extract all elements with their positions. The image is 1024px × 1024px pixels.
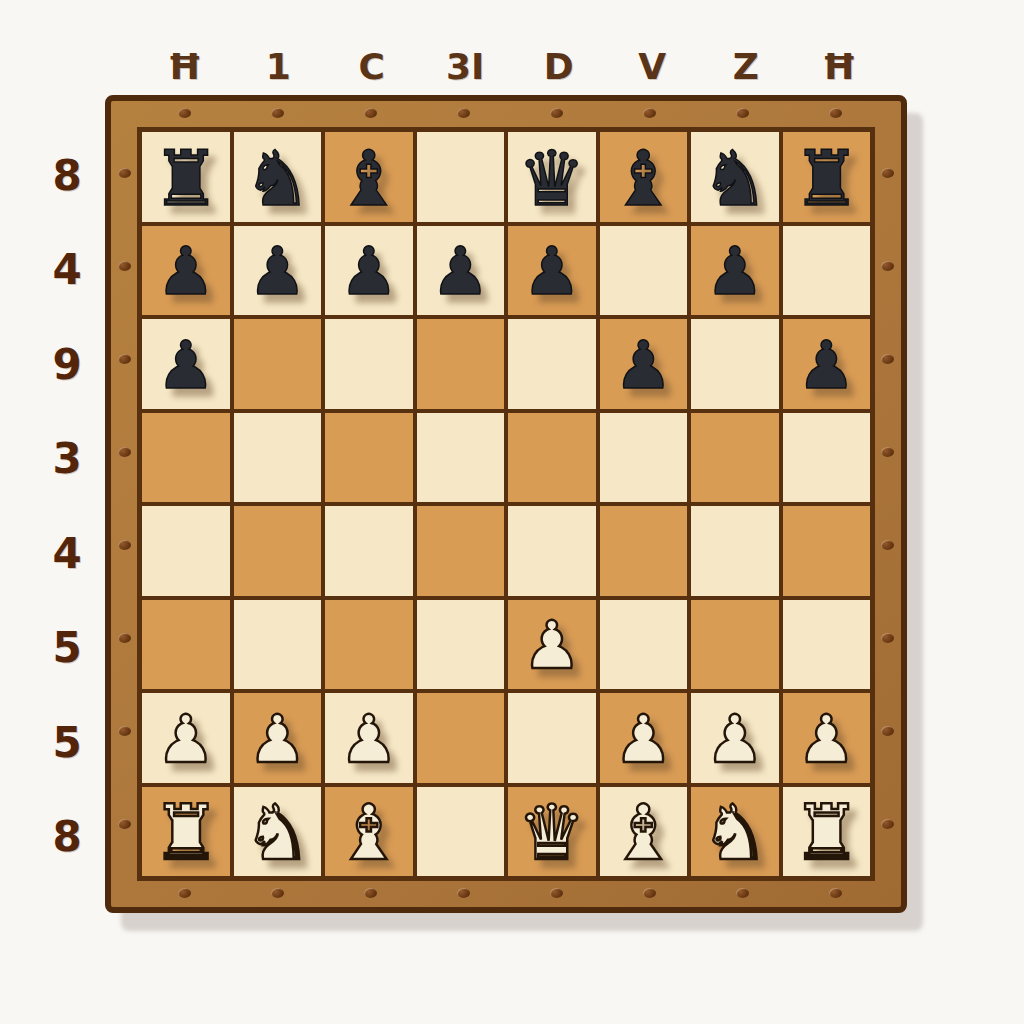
frame-rivet bbox=[736, 888, 749, 898]
frame-rivet bbox=[118, 354, 131, 364]
square-g8[interactable]: ♞ bbox=[691, 132, 779, 222]
black-pawn-piece: ♟ bbox=[705, 239, 764, 305]
black-pawn-piece: ♟ bbox=[248, 239, 307, 305]
frame-rivet bbox=[457, 888, 470, 898]
square-e2[interactable] bbox=[508, 693, 596, 783]
square-h7[interactable] bbox=[783, 226, 871, 316]
white-knight-piece: ♞ bbox=[243, 795, 311, 871]
square-a8[interactable]: ♜ bbox=[142, 132, 230, 222]
board-frame: ♜♞♝♛♝♞♜♟♟♟♟♟♟♟♟♟♟♟♟♟♟♟♟♜♞♝♛♝♞♜ bbox=[105, 95, 907, 913]
rank-labels: 84934558 bbox=[38, 128, 96, 884]
square-b7[interactable]: ♟ bbox=[234, 226, 322, 316]
frame-rivet bbox=[118, 633, 131, 643]
square-f5[interactable] bbox=[600, 413, 688, 503]
square-c3[interactable] bbox=[325, 600, 413, 690]
white-pawn-piece: ♟ bbox=[156, 707, 215, 773]
black-knight-piece: ♞ bbox=[243, 141, 311, 217]
square-g4[interactable] bbox=[691, 506, 779, 596]
file-labels: Ħ1C3IDVZĦ bbox=[138, 40, 886, 92]
square-c7[interactable]: ♟ bbox=[325, 226, 413, 316]
square-f6[interactable]: ♟ bbox=[600, 319, 688, 409]
square-b1[interactable]: ♞ bbox=[234, 787, 322, 877]
frame-rivet bbox=[118, 168, 131, 178]
square-f1[interactable]: ♝ bbox=[600, 787, 688, 877]
black-pawn-piece: ♟ bbox=[522, 239, 581, 305]
square-f7[interactable] bbox=[600, 226, 688, 316]
frame-rivet bbox=[118, 540, 131, 550]
black-bishop-piece: ♝ bbox=[335, 141, 403, 217]
square-a5[interactable] bbox=[142, 413, 230, 503]
frame-rivet bbox=[271, 108, 284, 118]
square-b6[interactable] bbox=[234, 319, 322, 409]
square-f8[interactable]: ♝ bbox=[600, 132, 688, 222]
black-rook-piece: ♜ bbox=[792, 141, 860, 217]
rank-label-8: 8 bbox=[38, 151, 96, 200]
square-h6[interactable]: ♟ bbox=[783, 319, 871, 409]
square-h2[interactable]: ♟ bbox=[783, 693, 871, 783]
file-label-c: C bbox=[325, 46, 419, 87]
file-label-e: D bbox=[512, 46, 606, 87]
frame-rivet bbox=[736, 108, 749, 118]
square-h5[interactable] bbox=[783, 413, 871, 503]
frame-rivet bbox=[881, 447, 894, 457]
frame-rivet bbox=[118, 726, 131, 736]
white-pawn-piece: ♟ bbox=[614, 707, 673, 773]
black-rook-piece: ♜ bbox=[152, 141, 220, 217]
square-a2[interactable]: ♟ bbox=[142, 693, 230, 783]
black-bishop-piece: ♝ bbox=[609, 141, 677, 217]
frame-rivet bbox=[457, 108, 470, 118]
white-pawn-piece: ♟ bbox=[705, 707, 764, 773]
square-d7[interactable]: ♟ bbox=[417, 226, 505, 316]
white-rook-piece: ♜ bbox=[152, 795, 220, 871]
square-f3[interactable] bbox=[600, 600, 688, 690]
square-d3[interactable] bbox=[417, 600, 505, 690]
file-label-h: Ħ bbox=[793, 46, 887, 87]
square-c8[interactable]: ♝ bbox=[325, 132, 413, 222]
frame-rivet bbox=[829, 888, 842, 898]
rank-label-5: 3 bbox=[38, 434, 96, 483]
file-label-g: Z bbox=[699, 46, 793, 87]
square-g3[interactable] bbox=[691, 600, 779, 690]
square-b2[interactable]: ♟ bbox=[234, 693, 322, 783]
white-pawn-piece: ♟ bbox=[248, 707, 307, 773]
white-pawn-piece: ♟ bbox=[797, 707, 856, 773]
square-d1[interactable] bbox=[417, 787, 505, 877]
frame-rivet bbox=[881, 261, 894, 271]
frame-rivet bbox=[550, 108, 563, 118]
square-b4[interactable] bbox=[234, 506, 322, 596]
chess-illustration: Ħ1C3IDVZĦ 84934558 ♜♞♝♛♝♞♜♟♟♟♟♟♟♟♟♟♟♟♟♟♟… bbox=[0, 0, 1024, 1024]
rank-label-1: 8 bbox=[38, 812, 96, 861]
square-a1[interactable]: ♜ bbox=[142, 787, 230, 877]
square-g2[interactable]: ♟ bbox=[691, 693, 779, 783]
square-e8[interactable]: ♛ bbox=[508, 132, 596, 222]
square-a7[interactable]: ♟ bbox=[142, 226, 230, 316]
black-pawn-piece: ♟ bbox=[614, 333, 673, 399]
white-knight-piece: ♞ bbox=[701, 795, 769, 871]
square-c1[interactable]: ♝ bbox=[325, 787, 413, 877]
black-pawn-piece: ♟ bbox=[156, 239, 215, 305]
frame-rivet bbox=[643, 888, 656, 898]
square-a3[interactable] bbox=[142, 600, 230, 690]
frame-rivet bbox=[118, 261, 131, 271]
square-h3[interactable] bbox=[783, 600, 871, 690]
frame-rivet bbox=[178, 888, 191, 898]
frame-rivet bbox=[550, 888, 563, 898]
white-rook-piece: ♜ bbox=[792, 795, 860, 871]
file-label-f: V bbox=[606, 46, 700, 87]
frame-rivet bbox=[364, 108, 377, 118]
square-h8[interactable]: ♜ bbox=[783, 132, 871, 222]
square-e1[interactable]: ♛ bbox=[508, 787, 596, 877]
rank-label-6: 9 bbox=[38, 340, 96, 389]
white-bishop-piece: ♝ bbox=[335, 795, 403, 871]
square-d6[interactable] bbox=[417, 319, 505, 409]
square-c5[interactable] bbox=[325, 413, 413, 503]
square-g6[interactable] bbox=[691, 319, 779, 409]
square-e5[interactable] bbox=[508, 413, 596, 503]
square-f2[interactable]: ♟ bbox=[600, 693, 688, 783]
board-grid: ♜♞♝♛♝♞♜♟♟♟♟♟♟♟♟♟♟♟♟♟♟♟♟♜♞♝♛♝♞♜ bbox=[137, 127, 875, 881]
square-b3[interactable] bbox=[234, 600, 322, 690]
rank-label-3: 5 bbox=[38, 623, 96, 672]
file-label-d: 3I bbox=[419, 46, 513, 87]
black-queen-piece: ♛ bbox=[518, 141, 586, 217]
square-c4[interactable] bbox=[325, 506, 413, 596]
square-b8[interactable]: ♞ bbox=[234, 132, 322, 222]
square-g5[interactable] bbox=[691, 413, 779, 503]
frame-rivet bbox=[118, 819, 131, 829]
square-e6[interactable] bbox=[508, 319, 596, 409]
black-pawn-piece: ♟ bbox=[797, 333, 856, 399]
frame-rivet bbox=[881, 633, 894, 643]
black-knight-piece: ♞ bbox=[701, 141, 769, 217]
rank-label-7: 4 bbox=[38, 245, 96, 294]
square-d2[interactable] bbox=[417, 693, 505, 783]
square-e4[interactable] bbox=[508, 506, 596, 596]
square-f4[interactable] bbox=[600, 506, 688, 596]
frame-rivet bbox=[178, 108, 191, 118]
square-c6[interactable] bbox=[325, 319, 413, 409]
frame-rivet bbox=[118, 447, 131, 457]
frame-rivet bbox=[881, 726, 894, 736]
square-g1[interactable]: ♞ bbox=[691, 787, 779, 877]
white-queen-piece: ♛ bbox=[518, 795, 586, 871]
black-pawn-piece: ♟ bbox=[339, 239, 398, 305]
frame-rivet bbox=[271, 888, 284, 898]
square-e3[interactable]: ♟ bbox=[508, 600, 596, 690]
square-c2[interactable]: ♟ bbox=[325, 693, 413, 783]
white-bishop-piece: ♝ bbox=[609, 795, 677, 871]
square-h4[interactable] bbox=[783, 506, 871, 596]
rank-label-4: 4 bbox=[38, 529, 96, 578]
white-pawn-piece: ♟ bbox=[522, 613, 581, 679]
frame-rivet bbox=[881, 354, 894, 364]
black-pawn-piece: ♟ bbox=[431, 239, 490, 305]
file-label-b: 1 bbox=[232, 46, 326, 87]
square-h1[interactable]: ♜ bbox=[783, 787, 871, 877]
frame-rivet bbox=[829, 108, 842, 118]
square-d5[interactable] bbox=[417, 413, 505, 503]
rank-label-2: 5 bbox=[38, 718, 96, 767]
square-d8[interactable] bbox=[417, 132, 505, 222]
square-a4[interactable] bbox=[142, 506, 230, 596]
frame-rivet bbox=[881, 819, 894, 829]
square-d4[interactable] bbox=[417, 506, 505, 596]
square-a6[interactable]: ♟ bbox=[142, 319, 230, 409]
square-e7[interactable]: ♟ bbox=[508, 226, 596, 316]
file-label-a: Ħ bbox=[138, 46, 232, 87]
white-pawn-piece: ♟ bbox=[339, 707, 398, 773]
frame-rivet bbox=[364, 888, 377, 898]
frame-rivet bbox=[881, 540, 894, 550]
square-b5[interactable] bbox=[234, 413, 322, 503]
black-pawn-piece: ♟ bbox=[156, 333, 215, 399]
frame-rivet bbox=[881, 168, 894, 178]
frame-rivet bbox=[643, 108, 656, 118]
square-g7[interactable]: ♟ bbox=[691, 226, 779, 316]
